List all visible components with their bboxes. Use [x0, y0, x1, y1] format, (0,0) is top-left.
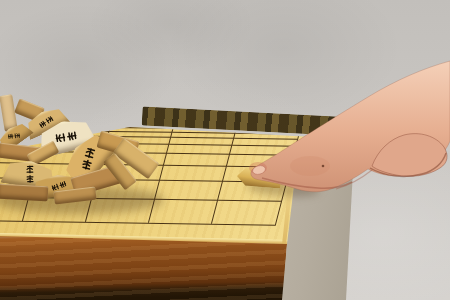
skin-mole	[322, 165, 325, 168]
shogi-photo-scene	[0, 0, 450, 300]
player-hand	[0, 0, 450, 300]
